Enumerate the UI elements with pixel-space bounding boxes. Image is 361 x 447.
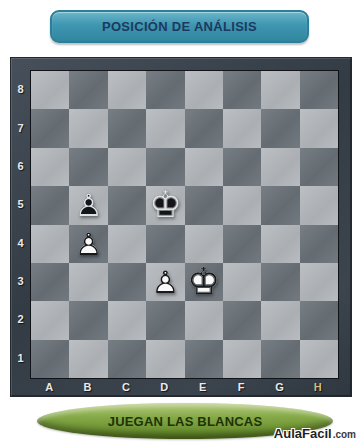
square-f2[interactable] [223,301,261,339]
square-a1[interactable] [31,340,69,378]
square-f8[interactable] [223,71,261,109]
square-b1[interactable] [69,340,107,378]
square-c1[interactable] [108,340,146,378]
square-h3[interactable] [300,263,338,301]
square-d6[interactable] [146,148,184,186]
brand-name: AulaFacil [274,426,332,441]
square-h4[interactable] [300,225,338,263]
square-d5[interactable]: ♚ [146,186,184,224]
square-c3[interactable] [108,263,146,301]
square-b6[interactable] [69,148,107,186]
square-a2[interactable] [31,301,69,339]
file-label-d: D [145,377,183,397]
square-e3[interactable]: ♚ [185,263,223,301]
square-e2[interactable] [185,301,223,339]
square-e5[interactable] [185,186,223,224]
square-c7[interactable] [108,109,146,147]
chess-board-frame: 87654321 ♟♚♟♟♚ ABCDEFGH [10,57,352,397]
square-c8[interactable] [108,71,146,109]
rank-label-7: 7 [11,108,30,146]
square-b5[interactable]: ♟ [69,186,107,224]
board-grid: ♟♚♟♟♚ [30,70,339,379]
file-label-a: A [30,377,68,397]
square-a3[interactable] [31,263,69,301]
rank-label-3: 3 [11,262,30,300]
square-f3[interactable] [223,263,261,301]
square-h1[interactable] [300,340,338,378]
square-a8[interactable] [31,71,69,109]
square-h8[interactable] [300,71,338,109]
file-label-h: H [299,377,337,397]
square-g8[interactable] [261,71,299,109]
square-f4[interactable] [223,225,261,263]
square-g4[interactable] [261,225,299,263]
square-h7[interactable] [300,109,338,147]
square-e7[interactable] [185,109,223,147]
file-label-e: E [184,377,222,397]
square-a5[interactable] [31,186,69,224]
square-g1[interactable] [261,340,299,378]
square-e4[interactable] [185,225,223,263]
white-pawn[interactable]: ♟ [69,225,107,263]
square-h6[interactable] [300,148,338,186]
rank-label-8: 8 [11,70,30,108]
square-b8[interactable] [69,71,107,109]
square-f1[interactable] [223,340,261,378]
square-f6[interactable] [223,148,261,186]
black-pawn[interactable]: ♟ [69,186,107,224]
rank-label-6: 6 [11,147,30,185]
square-d7[interactable] [146,109,184,147]
square-h5[interactable] [300,186,338,224]
analysis-banner: POSICIÓN DE ANÁLISIS [50,10,309,43]
white-pawn[interactable]: ♟ [146,263,184,301]
square-e1[interactable] [185,340,223,378]
square-c5[interactable] [108,186,146,224]
rank-label-5: 5 [11,185,30,223]
square-c2[interactable] [108,301,146,339]
rank-label-4: 4 [11,224,30,262]
square-c4[interactable] [108,225,146,263]
square-g2[interactable] [261,301,299,339]
rank-label-2: 2 [11,300,30,338]
rank-labels: 87654321 [11,70,30,377]
square-g6[interactable] [261,148,299,186]
file-label-c: C [107,377,145,397]
brand-credit: AulaFacil .com [274,426,356,441]
square-f5[interactable] [223,186,261,224]
square-b2[interactable] [69,301,107,339]
file-label-b: B [68,377,106,397]
square-g3[interactable] [261,263,299,301]
square-d4[interactable] [146,225,184,263]
square-f7[interactable] [223,109,261,147]
square-h2[interactable] [300,301,338,339]
file-labels: ABCDEFGH [30,377,337,397]
file-label-f: F [222,377,260,397]
white-king[interactable]: ♚ [185,263,223,301]
square-b3[interactable] [69,263,107,301]
square-a7[interactable] [31,109,69,147]
square-g5[interactable] [261,186,299,224]
square-d3[interactable]: ♟ [146,263,184,301]
square-e8[interactable] [185,71,223,109]
square-a4[interactable] [31,225,69,263]
square-d2[interactable] [146,301,184,339]
black-king[interactable]: ♚ [146,186,184,224]
rank-label-1: 1 [11,339,30,377]
square-b7[interactable] [69,109,107,147]
turn-status-label: JUEGAN LAS BLANCAS [108,414,263,429]
square-b4[interactable]: ♟ [69,225,107,263]
square-a6[interactable] [31,148,69,186]
brand-suffix: .com [333,429,356,440]
square-g7[interactable] [261,109,299,147]
square-c6[interactable] [108,148,146,186]
square-e6[interactable] [185,148,223,186]
analysis-banner-label: POSICIÓN DE ANÁLISIS [102,19,257,34]
square-d1[interactable] [146,340,184,378]
square-d8[interactable] [146,71,184,109]
file-label-g: G [260,377,298,397]
